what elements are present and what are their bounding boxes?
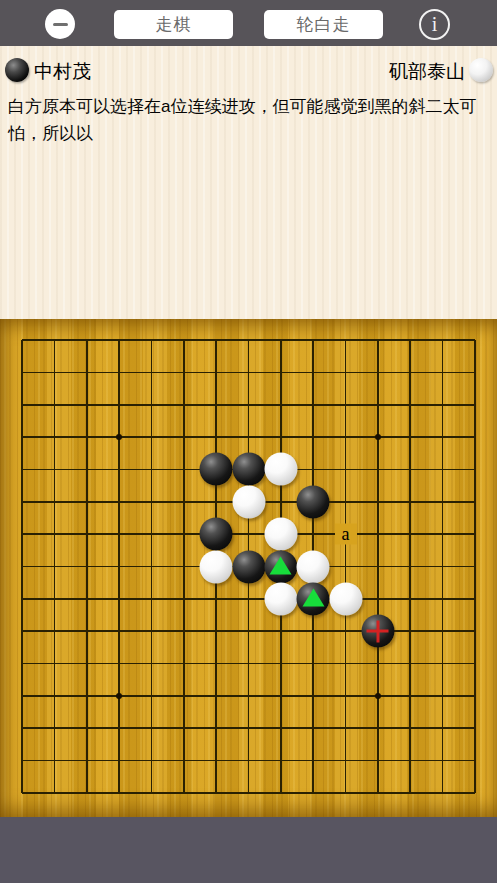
renju-board[interactable]: a [0,319,497,817]
grid-line [22,727,475,729]
black-stone-icon [5,58,29,82]
star-point [375,434,381,440]
app-screen: 走棋 轮白走 i 中村茂 矶部泰山 白方原本可以选择在a位连续进攻，但可能感觉到… [0,0,497,883]
star-point [116,434,122,440]
white-stone-icon [469,58,493,82]
grid-line [22,598,475,600]
bottom-toolbar: 8 [0,817,497,883]
stone-black [200,453,233,486]
board-grid[interactable]: a [22,340,475,793]
triangle-mark-icon [270,556,292,574]
stone-white [264,582,297,615]
stone-white [200,550,233,583]
grid-line [22,760,475,762]
stone-black [232,550,265,583]
stone-black [264,550,297,583]
top-bar: 走棋 轮白走 i [0,0,497,46]
triangle-mark-icon [302,588,324,606]
grid-line [409,340,411,793]
grid-line [22,695,475,697]
move-commentary: 白方原本可以选择在a位连续进攻，但可能感觉到黑的斜二太可怕，所以以 [8,93,491,147]
grid-line [345,340,347,793]
board-point-label: a [335,524,357,545]
grid-line [442,340,444,793]
black-player-name: 中村茂 [34,59,91,85]
minus-icon [53,23,68,26]
grid-line [22,630,475,632]
info-icon: i [432,13,438,36]
stone-white [264,518,297,551]
stone-white [232,485,265,518]
stone-black [297,485,330,518]
player-bar: 中村茂 矶部泰山 [0,46,497,88]
star-point [375,693,381,699]
stone-black [297,582,330,615]
stone-white [329,582,362,615]
white-player-name: 矶部泰山 [389,59,465,85]
stone-black [361,615,394,648]
stone-white [264,453,297,486]
last-move-cross-icon [367,620,389,642]
info-button[interactable]: i [419,9,450,40]
stone-black [232,453,265,486]
stone-black [200,518,233,551]
grid-line [474,340,476,793]
grid-line [377,340,379,793]
turn-indicator-button[interactable]: 轮白走 [264,10,383,39]
stone-white [297,550,330,583]
grid-line [22,663,475,665]
play-moves-button[interactable]: 走棋 [114,10,233,39]
star-point [116,693,122,699]
grid-line [22,792,475,794]
minimize-button[interactable] [45,9,75,39]
